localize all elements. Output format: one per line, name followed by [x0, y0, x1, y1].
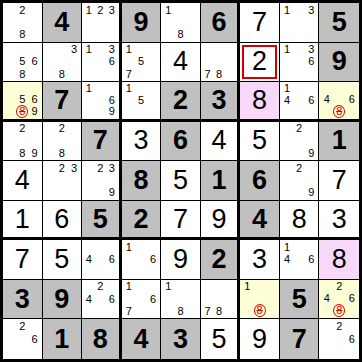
cell-r8c1[interactable]: 3: [3, 280, 43, 320]
cell-r1c1[interactable]: 28: [3, 3, 43, 43]
empty-candidate-slot: [106, 28, 118, 40]
empty-candidate-slot: [123, 106, 135, 118]
candidate-grid: 26: [320, 320, 358, 358]
empty-candidate-slot: [106, 266, 118, 278]
candidate-9: 9: [28, 147, 40, 159]
candidate-8: 8: [213, 305, 225, 317]
empty-candidate-slot: [28, 345, 40, 358]
given-digit: 4: [252, 206, 267, 233]
empty-candidate-slot: [174, 16, 186, 28]
empty-candidate-slot: [4, 28, 16, 40]
candidate-3: 3: [305, 44, 317, 56]
empty-candidate-slot: [281, 106, 293, 118]
empty-candidate-slot: [225, 281, 237, 293]
empty-candidate-slot: [345, 320, 358, 333]
given-digit: 2: [133, 206, 148, 233]
empty-candidate-slot: [56, 56, 68, 68]
cell-r4c1[interactable]: 289: [3, 122, 43, 162]
candidate-6: 6: [28, 56, 40, 68]
empty-candidate-slot: [225, 68, 237, 80]
empty-candidate-slot: [4, 4, 16, 16]
empty-candidate-slot: [68, 147, 80, 159]
cell-r7c2[interactable]: 5: [43, 240, 83, 280]
candidate-1: 1: [83, 83, 95, 95]
cell-r4c5[interactable]: 6: [161, 122, 201, 162]
given-digit: 4: [133, 326, 148, 353]
cell-r9c6[interactable]: 5: [201, 319, 241, 359]
cell-r3c3[interactable]: 169: [82, 82, 122, 122]
empty-candidate-slot: [320, 304, 333, 317]
empty-candidate-slot: [281, 56, 293, 68]
cell-r4c3[interactable]: 7: [82, 122, 122, 162]
cell-r6c6[interactable]: 9: [201, 201, 241, 241]
candidate-2: 2: [56, 123, 68, 135]
candidate-2: 2: [293, 123, 305, 135]
cell-r9c2[interactable]: 1: [43, 319, 83, 359]
candidate-3: 3: [106, 4, 118, 16]
cell-r1c4[interactable]: 9: [122, 3, 162, 43]
cell-r9c5[interactable]: 3: [161, 319, 201, 359]
empty-candidate-slot: [4, 135, 16, 147]
empty-candidate-slot: [68, 174, 80, 186]
empty-candidate-slot: [4, 105, 16, 118]
empty-candidate-slot: [147, 44, 159, 56]
cell-r4c9[interactable]: 1: [319, 122, 359, 162]
cell-r5c9[interactable]: 7: [319, 161, 359, 201]
cell-r9c9[interactable]: 26: [319, 319, 359, 359]
empty-candidate-slot: [333, 345, 346, 358]
empty-candidate-slot: [281, 68, 293, 80]
candidate-grid: 26: [4, 320, 41, 358]
cell-r6c5[interactable]: 7: [161, 201, 201, 241]
empty-candidate-slot: [305, 135, 317, 147]
empty-candidate-slot: [333, 83, 346, 94]
empty-candidate-slot: [266, 293, 278, 305]
candidate-grid: 2468: [320, 281, 358, 318]
candidate-grid: 146: [281, 83, 318, 118]
empty-candidate-slot: [305, 16, 317, 28]
given-digit: 5: [93, 206, 108, 233]
candidate-9: 9: [305, 187, 317, 199]
candidate-6: 6: [305, 56, 317, 68]
candidate-9: 9: [106, 187, 118, 199]
cell-r9c1[interactable]: 26: [3, 319, 43, 359]
cell-r2c4[interactable]: 157: [122, 43, 162, 83]
empty-candidate-slot: [16, 16, 28, 28]
empty-candidate-slot: [213, 281, 225, 293]
cell-r3c8[interactable]: 146: [280, 82, 320, 122]
empty-candidate-slot: [241, 293, 253, 305]
cell-r8c3[interactable]: 246: [82, 280, 122, 320]
empty-candidate-slot: [68, 187, 80, 199]
cell-r5c1[interactable]: 4: [3, 161, 43, 201]
given-digit: 8: [133, 167, 148, 194]
empty-candidate-slot: [106, 305, 118, 317]
cell-r3c7[interactable]: 8: [240, 82, 280, 122]
candidate-8: 8: [174, 28, 186, 40]
cell-r1c7[interactable]: 7: [240, 3, 280, 43]
empty-candidate-slot: [293, 68, 305, 80]
cell-r8c8[interactable]: 5: [280, 280, 320, 320]
empty-candidate-slot: [305, 106, 317, 118]
cell-r9c3[interactable]: 8: [82, 319, 122, 359]
cell-r3c4[interactable]: 15: [122, 82, 162, 122]
solved-digit: 7: [15, 246, 30, 273]
empty-candidate-slot: [135, 241, 147, 253]
empty-candidate-slot: [147, 83, 159, 95]
cell-r1c6[interactable]: 6: [201, 3, 241, 43]
empty-candidate-slot: [44, 174, 56, 186]
cell-r2c9[interactable]: 9: [319, 43, 359, 83]
empty-candidate-slot: [16, 44, 28, 56]
candidate-grid: 123: [83, 4, 118, 41]
solved-digit: 4: [212, 127, 227, 154]
candidate-7: 7: [202, 305, 214, 317]
cell-r4c4[interactable]: 3: [122, 122, 162, 162]
empty-candidate-slot: [281, 28, 293, 40]
empty-candidate-slot: [44, 123, 56, 135]
given-digit: 8: [93, 326, 108, 353]
empty-candidate-slot: [225, 44, 237, 56]
empty-candidate-slot: [293, 254, 305, 266]
empty-candidate-slot: [187, 293, 199, 305]
empty-candidate-slot: [293, 187, 305, 199]
cell-r5c2[interactable]: 23: [43, 161, 83, 201]
cell-r8c2[interactable]: 9: [43, 280, 83, 320]
candidate-5: 5: [135, 95, 147, 107]
empty-candidate-slot: [320, 281, 333, 293]
solved-digit: 2: [252, 48, 267, 75]
empty-candidate-slot: [202, 44, 214, 56]
cell-r8c4[interactable]: 167: [122, 280, 162, 320]
given-digit: 6: [173, 127, 188, 154]
cell-r2c3[interactable]: 136: [82, 43, 122, 83]
cell-r6c7[interactable]: 4: [240, 201, 280, 241]
empty-candidate-slot: [83, 174, 95, 186]
empty-candidate-slot: [293, 28, 305, 40]
cell-r8c6[interactable]: 78: [201, 280, 241, 320]
empty-candidate-slot: [135, 44, 147, 56]
empty-candidate-slot: [83, 305, 95, 317]
empty-candidate-slot: [135, 266, 147, 278]
empty-candidate-slot: [213, 44, 225, 56]
empty-candidate-slot: [281, 187, 293, 199]
empty-candidate-slot: [135, 83, 147, 95]
empty-candidate-slot: [135, 106, 147, 118]
solved-digit: 9: [252, 326, 267, 353]
cell-r7c1[interactable]: 7: [3, 240, 43, 280]
cell-r5c3[interactable]: 239: [82, 161, 122, 201]
empty-candidate-slot: [241, 304, 253, 317]
candidate-grid: 5689: [4, 83, 41, 118]
candidate-3: 3: [68, 162, 80, 174]
empty-candidate-slot: [95, 95, 107, 107]
candidate-6: 6: [305, 254, 317, 266]
candidate-1: 1: [123, 83, 135, 95]
empty-candidate-slot: [4, 44, 16, 56]
empty-candidate-slot: [225, 56, 237, 68]
empty-candidate-slot: [320, 105, 333, 118]
empty-candidate-slot: [162, 305, 174, 317]
empty-candidate-slot: [266, 304, 278, 317]
empty-candidate-slot: [225, 293, 237, 305]
empty-candidate-slot: [28, 68, 40, 80]
candidate-8: 8: [16, 28, 28, 40]
candidate-4: 4: [320, 94, 333, 105]
solved-digit: 1: [15, 206, 30, 233]
empty-candidate-slot: [83, 56, 95, 68]
empty-candidate-slot: [305, 83, 317, 95]
given-digit: 1: [54, 326, 69, 353]
cell-r7c5[interactable]: 9: [161, 240, 201, 280]
candidate-9: 9: [305, 147, 317, 159]
empty-candidate-slot: [293, 95, 305, 107]
empty-candidate-slot: [83, 95, 95, 107]
cell-r1c8[interactable]: 13: [280, 3, 320, 43]
empty-candidate-slot: [28, 123, 40, 135]
empty-candidate-slot: [4, 56, 16, 68]
empty-candidate-slot: [293, 147, 305, 159]
empty-candidate-slot: [333, 333, 346, 346]
cell-r9c7[interactable]: 9: [240, 319, 280, 359]
empty-candidate-slot: [202, 281, 214, 293]
candidate-5: 5: [135, 56, 147, 68]
cell-r3c2[interactable]: 7: [43, 82, 83, 122]
solved-digit: 8: [332, 246, 347, 273]
candidate-1: 1: [162, 4, 174, 16]
empty-candidate-slot: [266, 281, 278, 293]
candidate-6: 6: [345, 333, 358, 346]
empty-candidate-slot: [254, 281, 266, 293]
empty-candidate-slot: [135, 254, 147, 266]
cell-r1c5[interactable]: 18: [161, 3, 201, 43]
candidate-3: 3: [106, 44, 118, 56]
cell-r6c9[interactable]: 3: [319, 201, 359, 241]
empty-candidate-slot: [56, 135, 68, 147]
candidate-1: 1: [83, 44, 95, 56]
cell-r7c9[interactable]: 8: [319, 240, 359, 280]
empty-candidate-slot: [56, 174, 68, 186]
cell-r7c7[interactable]: 3: [240, 240, 280, 280]
empty-candidate-slot: [305, 28, 317, 40]
cell-r7c6[interactable]: 2: [201, 240, 241, 280]
given-digit: 7: [54, 87, 69, 114]
empty-candidate-slot: [28, 44, 40, 56]
cell-r5c5[interactable]: 5: [161, 161, 201, 201]
cell-r6c1[interactable]: 1: [3, 201, 43, 241]
candidate-grid: 157: [123, 44, 160, 81]
empty-candidate-slot: [187, 28, 199, 40]
cell-r8c7[interactable]: 18: [240, 280, 280, 320]
candidate-4: 4: [83, 254, 95, 266]
empty-candidate-slot: [106, 16, 118, 28]
candidate-grid: 568: [4, 44, 41, 81]
cell-r6c3[interactable]: 5: [82, 201, 122, 241]
cell-r7c8[interactable]: 146: [280, 240, 320, 280]
empty-candidate-slot: [28, 135, 40, 147]
cell-r3c5[interactable]: 2: [161, 82, 201, 122]
candidate-1: 1: [281, 44, 293, 56]
candidate-grid: 167: [123, 281, 160, 318]
empty-candidate-slot: [95, 254, 107, 266]
candidate-grid: 46: [83, 241, 118, 278]
empty-candidate-slot: [293, 174, 305, 186]
empty-candidate-slot: [28, 320, 40, 333]
candidate-2: 2: [16, 320, 28, 333]
empty-candidate-slot: [202, 293, 214, 305]
empty-candidate-slot: [95, 16, 107, 28]
empty-candidate-slot: [305, 266, 317, 278]
candidate-3: 3: [106, 162, 118, 174]
cell-r6c8[interactable]: 8: [280, 201, 320, 241]
cell-r2c8[interactable]: 136: [280, 43, 320, 83]
candidate-8: 8: [56, 68, 68, 80]
cell-r3c6[interactable]: 3: [201, 82, 241, 122]
empty-candidate-slot: [4, 147, 16, 159]
cell-r5c6[interactable]: 1: [201, 161, 241, 201]
empty-candidate-slot: [68, 135, 80, 147]
candidate-6: 6: [28, 333, 40, 346]
given-digit: 3: [173, 326, 188, 353]
cell-r2c2[interactable]: 38: [43, 43, 83, 83]
cell-r5c4[interactable]: 8: [122, 161, 162, 201]
given-digit: 6: [252, 167, 267, 194]
empty-candidate-slot: [135, 68, 147, 80]
candidate-grid: 78: [202, 44, 237, 81]
candidate-6: 6: [345, 94, 358, 105]
cell-r9c4[interactable]: 4: [122, 319, 162, 359]
empty-candidate-slot: [293, 135, 305, 147]
empty-candidate-slot: [135, 293, 147, 305]
cell-r1c2[interactable]: 4: [43, 3, 83, 43]
solved-digit: 5: [212, 326, 227, 353]
cell-r7c3[interactable]: 46: [82, 240, 122, 280]
empty-candidate-slot: [95, 28, 107, 40]
empty-candidate-slot: [56, 187, 68, 199]
empty-candidate-slot: [68, 56, 80, 68]
empty-candidate-slot: [95, 106, 107, 118]
candidate-6: 6: [147, 254, 159, 266]
cell-r1c3[interactable]: 123: [82, 3, 122, 43]
empty-candidate-slot: [281, 135, 293, 147]
empty-candidate-slot: [147, 266, 159, 278]
empty-candidate-slot: [83, 16, 95, 28]
empty-candidate-slot: [44, 162, 56, 174]
cell-r7c4[interactable]: 16: [122, 240, 162, 280]
solved-digit: 6: [54, 206, 69, 233]
candidate-1: 1: [281, 83, 293, 95]
empty-candidate-slot: [95, 68, 107, 80]
empty-candidate-slot: [281, 123, 293, 135]
cell-r6c2[interactable]: 6: [43, 201, 83, 241]
empty-candidate-slot: [147, 106, 159, 118]
solved-digit: 3: [332, 206, 347, 233]
candidate-grid: 18: [162, 281, 199, 318]
cell-r1c9[interactable]: 5: [319, 3, 359, 43]
empty-candidate-slot: [305, 162, 317, 174]
cell-r5c7[interactable]: 6: [240, 161, 280, 201]
given-digit: 9: [332, 48, 347, 75]
given-digit: 1: [332, 127, 347, 154]
cell-r2c5[interactable]: 4: [161, 43, 201, 83]
empty-candidate-slot: [44, 135, 56, 147]
candidate-grid: 246: [83, 281, 118, 318]
candidate-6: 6: [106, 56, 118, 68]
empty-candidate-slot: [333, 293, 346, 305]
empty-candidate-slot: [213, 293, 225, 305]
empty-candidate-slot: [320, 333, 333, 346]
empty-candidate-slot: [174, 4, 186, 16]
empty-candidate-slot: [187, 16, 199, 28]
candidate-1: 1: [123, 241, 135, 253]
candidate-2: 2: [95, 281, 107, 293]
solved-digit: 7: [173, 206, 188, 233]
candidate-4: 4: [281, 95, 293, 107]
empty-candidate-slot: [147, 305, 159, 317]
solved-digit: 4: [173, 48, 188, 75]
empty-candidate-slot: [4, 333, 16, 346]
empty-candidate-slot: [4, 83, 16, 94]
empty-candidate-slot: [345, 304, 358, 317]
empty-candidate-slot: [293, 241, 305, 253]
solved-digit: 5: [252, 127, 267, 154]
solved-digit: 8: [252, 87, 267, 114]
cell-r9c8[interactable]: 7: [280, 319, 320, 359]
empty-candidate-slot: [281, 266, 293, 278]
given-digit: 9: [54, 286, 69, 313]
candidate-grid: 289: [4, 123, 41, 160]
given-digit: 3: [15, 286, 30, 313]
candidate-5: 5: [16, 94, 28, 105]
candidate-grid: 29: [281, 162, 318, 199]
empty-candidate-slot: [16, 135, 28, 147]
empty-candidate-slot: [4, 94, 16, 105]
empty-candidate-slot: [95, 83, 107, 95]
cell-r4c6[interactable]: 4: [201, 122, 241, 162]
cell-r2c6[interactable]: 78: [201, 43, 241, 83]
cell-r6c4[interactable]: 2: [122, 201, 162, 241]
eliminated-candidate-8: 8: [333, 105, 346, 118]
cell-r5c8[interactable]: 29: [280, 161, 320, 201]
empty-candidate-slot: [83, 162, 95, 174]
cell-r4c2[interactable]: 28: [43, 122, 83, 162]
empty-candidate-slot: [305, 123, 317, 135]
cell-r2c1[interactable]: 568: [3, 43, 43, 83]
empty-candidate-slot: [123, 293, 135, 305]
empty-candidate-slot: [213, 56, 225, 68]
solved-digit: 7: [252, 9, 267, 36]
cell-r4c8[interactable]: 29: [280, 122, 320, 162]
cell-r3c9[interactable]: 468: [319, 82, 359, 122]
cell-r2c7[interactable]: 2: [240, 43, 280, 83]
cell-r3c1[interactable]: 5689: [3, 82, 43, 122]
empty-candidate-slot: [95, 174, 107, 186]
cell-r4c7[interactable]: 5: [240, 122, 280, 162]
candidate-9: 9: [28, 105, 40, 118]
cell-r8c9[interactable]: 2468: [319, 280, 359, 320]
candidate-grid: 18: [241, 281, 278, 318]
empty-candidate-slot: [106, 68, 118, 80]
candidate-6: 6: [345, 293, 358, 305]
empty-candidate-slot: [147, 95, 159, 107]
empty-candidate-slot: [83, 241, 95, 253]
cell-r8c5[interactable]: 18: [161, 280, 201, 320]
empty-candidate-slot: [4, 320, 16, 333]
candidate-2: 2: [56, 162, 68, 174]
given-digit: 4: [54, 9, 69, 36]
candidate-6: 6: [147, 293, 159, 305]
empty-candidate-slot: [345, 345, 358, 358]
